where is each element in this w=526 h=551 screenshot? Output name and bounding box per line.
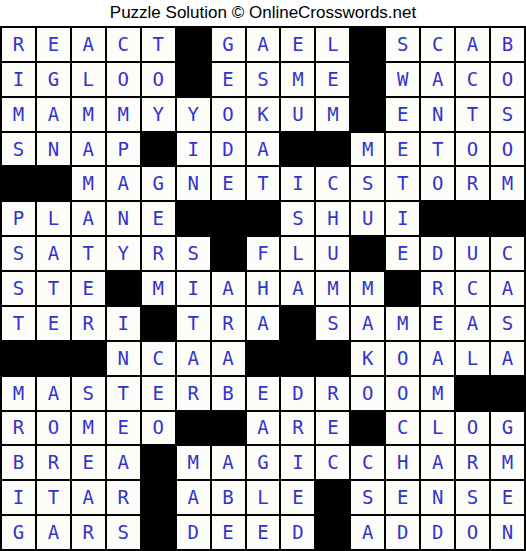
black-cell — [141, 445, 176, 480]
letter-cell: B — [211, 376, 246, 411]
letter-cell: M — [385, 306, 420, 341]
black-cell — [1, 341, 36, 376]
letter-cell: I — [280, 445, 315, 480]
letter-cell: U — [455, 236, 490, 271]
letter-cell: L — [246, 480, 281, 515]
black-cell — [385, 271, 420, 306]
letter-cell: T — [36, 480, 71, 515]
letter-cell: I — [385, 201, 420, 236]
letter-cell: A — [455, 27, 490, 62]
letter-cell: N — [36, 132, 71, 167]
letter-cell: A — [246, 306, 281, 341]
letter-cell: H — [385, 445, 420, 480]
letter-cell: E — [280, 480, 315, 515]
letter-cell: M — [315, 271, 350, 306]
letter-cell: A — [246, 411, 281, 446]
letter-cell: L — [420, 411, 455, 446]
letter-cell: E — [420, 306, 455, 341]
letter-cell: A — [36, 97, 71, 132]
black-cell — [211, 236, 246, 271]
letter-cell: E — [385, 132, 420, 167]
black-cell — [211, 411, 246, 446]
letter-cell: T — [1, 306, 36, 341]
letter-cell: W — [385, 62, 420, 97]
letter-cell: O — [36, 411, 71, 446]
letter-cell: E — [106, 411, 141, 446]
letter-cell: B — [1, 445, 36, 480]
letter-cell: T — [71, 236, 106, 271]
letter-cell: G — [36, 62, 71, 97]
letter-cell: O — [420, 166, 455, 201]
black-cell — [211, 201, 246, 236]
black-cell — [141, 306, 176, 341]
letter-cell: E — [246, 376, 281, 411]
letter-cell: O — [490, 62, 525, 97]
letter-cell: C — [455, 62, 490, 97]
letter-cell: M — [280, 62, 315, 97]
black-cell — [490, 201, 525, 236]
letter-cell: D — [420, 236, 455, 271]
letter-cell: A — [71, 27, 106, 62]
black-cell — [350, 236, 385, 271]
letter-cell: R — [36, 445, 71, 480]
letter-cell: A — [420, 445, 455, 480]
letter-cell: T — [36, 271, 71, 306]
letter-cell: M — [420, 376, 455, 411]
black-cell — [280, 341, 315, 376]
letter-cell: C — [455, 271, 490, 306]
letter-cell: A — [71, 132, 106, 167]
letter-cell: U — [280, 97, 315, 132]
letter-cell: P — [1, 201, 36, 236]
black-cell — [36, 166, 71, 201]
letter-cell: A — [36, 376, 71, 411]
black-cell — [176, 27, 211, 62]
letter-cell: O — [490, 132, 525, 167]
letter-cell: R — [71, 515, 106, 550]
letter-cell: M — [350, 271, 385, 306]
letter-cell: R — [176, 376, 211, 411]
letter-cell: M — [71, 97, 106, 132]
letter-cell: E — [211, 166, 246, 201]
letter-cell: I — [176, 132, 211, 167]
letter-cell: R — [315, 376, 350, 411]
letter-cell: D — [420, 515, 455, 550]
letter-cell: A — [350, 306, 385, 341]
letter-cell: R — [211, 306, 246, 341]
letter-cell: L — [280, 236, 315, 271]
letter-cell: L — [315, 27, 350, 62]
letter-cell: R — [420, 271, 455, 306]
letter-cell: M — [315, 97, 350, 132]
letter-cell: A — [36, 515, 71, 550]
black-cell — [455, 376, 490, 411]
black-cell — [350, 62, 385, 97]
letter-cell: G — [1, 515, 36, 550]
letter-cell: Y — [176, 97, 211, 132]
letter-cell: F — [246, 236, 281, 271]
letter-cell: M — [490, 445, 525, 480]
letter-cell: A — [176, 480, 211, 515]
crossword-grid: REACTGAELSCABIGLOOESMEWACOMAMMYYOKUMENTS… — [0, 26, 526, 551]
puzzle-solution-page: Puzzle Solution © OnlineCrosswords.net R… — [0, 0, 526, 551]
letter-cell: E — [246, 515, 281, 550]
letter-cell: D — [211, 132, 246, 167]
letter-cell: R — [455, 166, 490, 201]
letter-cell: E — [211, 515, 246, 550]
letter-cell: D — [176, 515, 211, 550]
letter-cell: O — [455, 515, 490, 550]
letter-cell: R — [141, 236, 176, 271]
letter-cell: G — [211, 27, 246, 62]
letter-cell: O — [141, 411, 176, 446]
black-cell — [280, 306, 315, 341]
letter-cell: Y — [141, 97, 176, 132]
black-cell — [490, 376, 525, 411]
letter-cell: I — [106, 306, 141, 341]
letter-cell: B — [490, 27, 525, 62]
letter-cell: N — [106, 341, 141, 376]
letter-cell: O — [211, 97, 246, 132]
letter-cell: E — [141, 376, 176, 411]
letter-cell: D — [385, 515, 420, 550]
letter-cell: C — [315, 166, 350, 201]
letter-cell: G — [141, 166, 176, 201]
letter-cell: S — [455, 480, 490, 515]
black-cell — [315, 341, 350, 376]
letter-cell: T — [385, 166, 420, 201]
letter-cell: M — [176, 445, 211, 480]
letter-cell: M — [71, 166, 106, 201]
letter-cell: S — [280, 201, 315, 236]
letter-cell: T — [455, 97, 490, 132]
letter-cell: E — [280, 27, 315, 62]
letter-cell: N — [176, 166, 211, 201]
letter-cell: A — [490, 341, 525, 376]
letter-cell: A — [106, 445, 141, 480]
letter-cell: E — [385, 236, 420, 271]
black-cell — [141, 480, 176, 515]
letter-cell: S — [490, 306, 525, 341]
letter-cell: C — [106, 27, 141, 62]
letter-cell: O — [385, 341, 420, 376]
letter-cell: E — [385, 97, 420, 132]
letter-cell: H — [315, 201, 350, 236]
letter-cell: S — [176, 236, 211, 271]
letter-cell: E — [490, 480, 525, 515]
letter-cell: A — [280, 271, 315, 306]
black-cell — [350, 411, 385, 446]
letter-cell: M — [490, 166, 525, 201]
letter-cell: M — [71, 411, 106, 446]
letter-cell: M — [106, 97, 141, 132]
letter-cell: C — [350, 445, 385, 480]
letter-cell: N — [106, 201, 141, 236]
letter-cell: S — [246, 62, 281, 97]
letter-cell: N — [490, 515, 525, 550]
letter-cell: S — [315, 306, 350, 341]
letter-cell: L — [455, 341, 490, 376]
letter-cell: S — [106, 515, 141, 550]
letter-cell: U — [350, 201, 385, 236]
black-cell — [350, 97, 385, 132]
black-cell — [176, 201, 211, 236]
letter-cell: O — [106, 62, 141, 97]
letter-cell: R — [1, 411, 36, 446]
letter-cell: R — [1, 27, 36, 62]
letter-cell: R — [455, 445, 490, 480]
letter-cell: R — [106, 480, 141, 515]
letter-cell: A — [106, 166, 141, 201]
letter-cell: E — [36, 306, 71, 341]
black-cell — [176, 62, 211, 97]
letter-cell: A — [490, 271, 525, 306]
letter-cell: S — [385, 27, 420, 62]
letter-cell: C — [315, 445, 350, 480]
letter-cell: L — [36, 201, 71, 236]
letter-cell: C — [420, 27, 455, 62]
letter-cell: A — [420, 341, 455, 376]
letter-cell: D — [280, 515, 315, 550]
letter-cell: E — [71, 271, 106, 306]
letter-cell: T — [176, 306, 211, 341]
black-cell — [141, 515, 176, 550]
letter-cell: G — [490, 411, 525, 446]
letter-cell: P — [106, 132, 141, 167]
letter-cell: E — [36, 27, 71, 62]
letter-cell: I — [1, 480, 36, 515]
black-cell — [420, 201, 455, 236]
letter-cell: L — [71, 62, 106, 97]
letter-cell: R — [280, 411, 315, 446]
letter-cell: U — [315, 236, 350, 271]
black-cell — [1, 166, 36, 201]
letter-cell: E — [315, 411, 350, 446]
letter-cell: O — [455, 411, 490, 446]
letter-cell: S — [350, 166, 385, 201]
letter-cell: S — [1, 236, 36, 271]
letter-cell: T — [106, 376, 141, 411]
black-cell — [315, 132, 350, 167]
letter-cell: A — [71, 201, 106, 236]
letter-cell: O — [455, 132, 490, 167]
letter-cell: A — [176, 341, 211, 376]
letter-cell: A — [211, 341, 246, 376]
letter-cell: A — [246, 132, 281, 167]
letter-cell: A — [350, 515, 385, 550]
letter-cell: R — [71, 306, 106, 341]
letter-cell: M — [141, 271, 176, 306]
black-cell — [71, 341, 106, 376]
letter-cell: I — [280, 166, 315, 201]
letter-cell: K — [350, 341, 385, 376]
black-cell — [36, 341, 71, 376]
letter-cell: O — [141, 62, 176, 97]
letter-cell: E — [71, 445, 106, 480]
letter-cell: E — [141, 201, 176, 236]
black-cell — [106, 271, 141, 306]
letter-cell: Y — [106, 236, 141, 271]
letter-cell: A — [420, 62, 455, 97]
letter-cell: C — [490, 236, 525, 271]
letter-cell: C — [385, 411, 420, 446]
letter-cell: H — [246, 271, 281, 306]
black-cell — [315, 515, 350, 550]
black-cell — [246, 341, 281, 376]
letter-cell: M — [1, 376, 36, 411]
black-cell — [280, 132, 315, 167]
black-cell — [141, 132, 176, 167]
letter-cell: N — [420, 480, 455, 515]
black-cell — [455, 201, 490, 236]
page-title: Puzzle Solution © OnlineCrosswords.net — [0, 0, 526, 26]
letter-cell: E — [211, 62, 246, 97]
letter-cell: C — [141, 341, 176, 376]
letter-cell: D — [280, 376, 315, 411]
letter-cell: M — [1, 97, 36, 132]
letter-cell: S — [1, 271, 36, 306]
letter-cell: B — [211, 480, 246, 515]
letter-cell: I — [176, 271, 211, 306]
black-cell — [350, 27, 385, 62]
black-cell — [315, 480, 350, 515]
black-cell — [176, 411, 211, 446]
letter-cell: T — [420, 132, 455, 167]
letter-cell: O — [350, 376, 385, 411]
letter-cell: S — [71, 376, 106, 411]
letter-cell: S — [350, 480, 385, 515]
black-cell — [246, 201, 281, 236]
letter-cell: S — [490, 97, 525, 132]
letter-cell: M — [350, 132, 385, 167]
letter-cell: E — [385, 480, 420, 515]
letter-cell: O — [385, 376, 420, 411]
letter-cell: A — [211, 445, 246, 480]
letter-cell: I — [1, 62, 36, 97]
letter-cell: A — [211, 271, 246, 306]
letter-cell: T — [141, 27, 176, 62]
letter-cell: G — [246, 445, 281, 480]
letter-cell: K — [246, 97, 281, 132]
letter-cell: A — [36, 236, 71, 271]
letter-cell: A — [455, 306, 490, 341]
letter-cell: T — [246, 166, 281, 201]
letter-cell: N — [420, 97, 455, 132]
letter-cell: A — [246, 27, 281, 62]
letter-cell: S — [1, 132, 36, 167]
letter-cell: E — [315, 62, 350, 97]
letter-cell: A — [71, 480, 106, 515]
